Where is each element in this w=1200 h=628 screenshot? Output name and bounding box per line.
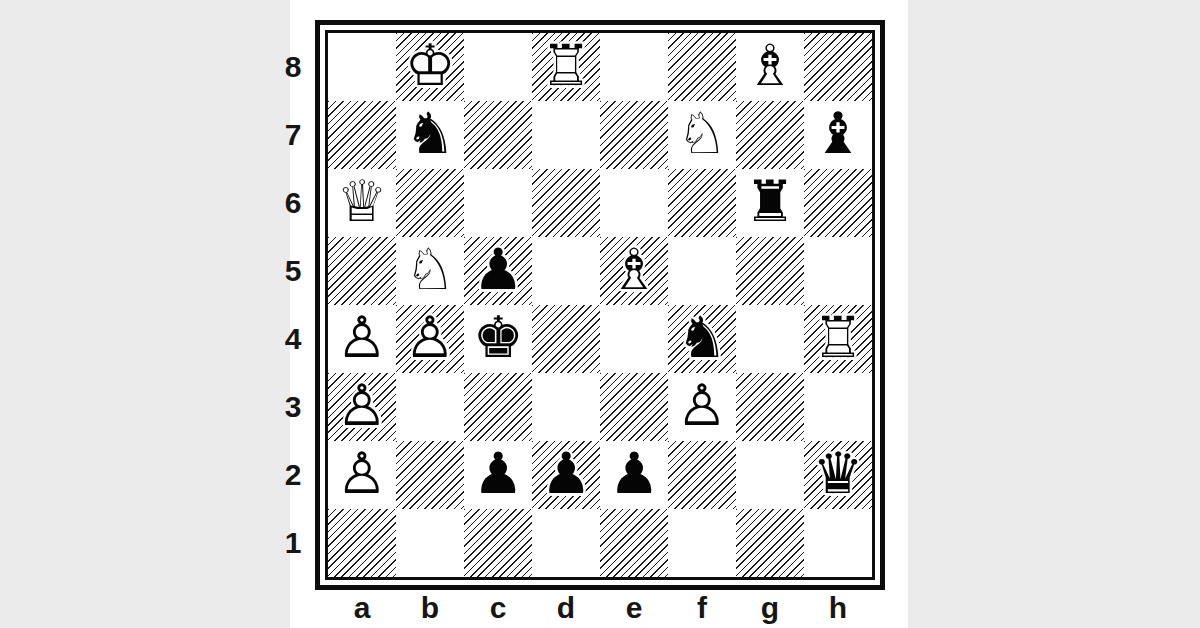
piece-fill: ♞ xyxy=(668,99,736,167)
piece-white-knight: ♘ xyxy=(668,99,736,167)
square-b6 xyxy=(396,169,464,237)
left-gutter xyxy=(0,0,290,628)
square-e1 xyxy=(600,509,668,577)
square-h5 xyxy=(804,237,872,305)
piece-black-pawn: ♟ xyxy=(464,439,532,507)
piece-fill: ♟ xyxy=(328,439,396,507)
piece-white-bishop: ♗ xyxy=(600,235,668,303)
square-c5: ♟♟ xyxy=(464,237,532,305)
piece-white-pawn: ♙ xyxy=(396,303,464,371)
piece-fill: ♞ xyxy=(396,99,464,167)
square-c2: ♟♟ xyxy=(464,441,532,509)
piece-fill: ♟ xyxy=(328,371,396,439)
square-h7: ♝♝ xyxy=(804,101,872,169)
square-a4: ♟♙ xyxy=(328,305,396,373)
square-d7 xyxy=(532,101,600,169)
square-e2: ♟♟ xyxy=(600,441,668,509)
square-b7: ♞♞ xyxy=(396,101,464,169)
square-e3 xyxy=(600,373,668,441)
square-g8: ♝♗ xyxy=(736,33,804,101)
square-g7 xyxy=(736,101,804,169)
square-b5: ♞♘ xyxy=(396,237,464,305)
square-b4: ♟♙ xyxy=(396,305,464,373)
square-f3: ♟♙ xyxy=(668,373,736,441)
square-d3 xyxy=(532,373,600,441)
square-c7 xyxy=(464,101,532,169)
piece-white-king: ♔ xyxy=(396,31,464,99)
piece-fill: ♝ xyxy=(804,99,872,167)
square-a8 xyxy=(328,33,396,101)
piece-fill: ♞ xyxy=(668,303,736,371)
piece-white-pawn: ♙ xyxy=(328,303,396,371)
square-b8: ♚♔ xyxy=(396,33,464,101)
square-e8 xyxy=(600,33,668,101)
piece-fill: ♜ xyxy=(804,303,872,371)
piece-fill: ♞ xyxy=(396,235,464,303)
piece-fill: ♚ xyxy=(464,303,532,371)
square-e5: ♝♗ xyxy=(600,237,668,305)
rank-label-6: 6 xyxy=(276,169,310,237)
square-d8: ♜♖ xyxy=(532,33,600,101)
file-label-e: e xyxy=(600,590,668,626)
square-a1 xyxy=(328,509,396,577)
file-label-g: g xyxy=(736,590,804,626)
file-labels: abcdefgh xyxy=(328,590,872,626)
board-border-inner: ♚♔♜♖♝♗♞♞♞♘♝♝♛♕♜♜♞♘♟♟♝♗♟♙♟♙♚♚♞♞♜♖♟♙♟♙♟♙♟♟… xyxy=(325,30,875,580)
piece-fill: ♟ xyxy=(668,371,736,439)
rank-label-4: 4 xyxy=(276,305,310,373)
piece-black-knight: ♞ xyxy=(668,303,736,371)
square-a2: ♟♙ xyxy=(328,441,396,509)
square-d6 xyxy=(532,169,600,237)
rank-label-1: 1 xyxy=(276,509,310,577)
square-c8 xyxy=(464,33,532,101)
square-d5 xyxy=(532,237,600,305)
rank-label-5: 5 xyxy=(276,237,310,305)
piece-fill: ♜ xyxy=(532,31,600,99)
piece-white-pawn: ♙ xyxy=(328,439,396,507)
square-f5 xyxy=(668,237,736,305)
square-g1 xyxy=(736,509,804,577)
square-a7 xyxy=(328,101,396,169)
file-label-f: f xyxy=(668,590,736,626)
piece-fill: ♟ xyxy=(464,235,532,303)
rank-label-3: 3 xyxy=(276,373,310,441)
square-d4 xyxy=(532,305,600,373)
piece-fill: ♟ xyxy=(328,303,396,371)
piece-fill: ♟ xyxy=(600,439,668,507)
square-c3 xyxy=(464,373,532,441)
square-e4 xyxy=(600,305,668,373)
square-e7 xyxy=(600,101,668,169)
square-h1 xyxy=(804,509,872,577)
piece-fill: ♚ xyxy=(396,31,464,99)
square-e6 xyxy=(600,169,668,237)
square-g5 xyxy=(736,237,804,305)
file-label-h: h xyxy=(804,590,872,626)
board-border-outer: ♚♔♜♖♝♗♞♞♞♘♝♝♛♕♜♜♞♘♟♟♝♗♟♙♟♙♚♚♞♞♜♖♟♙♟♙♟♙♟♟… xyxy=(315,20,885,590)
piece-black-rook: ♜ xyxy=(736,167,804,235)
piece-black-king: ♚ xyxy=(464,303,532,371)
piece-black-queen: ♛ xyxy=(804,439,872,507)
piece-white-queen: ♕ xyxy=(328,167,396,235)
rank-label-2: 2 xyxy=(276,441,310,509)
square-g6: ♜♜ xyxy=(736,169,804,237)
rank-labels: 87654321 xyxy=(276,33,310,577)
square-f4: ♞♞ xyxy=(668,305,736,373)
piece-black-pawn: ♟ xyxy=(600,439,668,507)
piece-fill: ♛ xyxy=(328,167,396,235)
square-g4 xyxy=(736,305,804,373)
piece-fill: ♜ xyxy=(736,167,804,235)
square-b3 xyxy=(396,373,464,441)
file-label-b: b xyxy=(396,590,464,626)
piece-black-pawn: ♟ xyxy=(464,235,532,303)
square-b2 xyxy=(396,441,464,509)
square-g3 xyxy=(736,373,804,441)
piece-fill: ♝ xyxy=(736,31,804,99)
piece-white-bishop: ♗ xyxy=(736,31,804,99)
piece-white-knight: ♘ xyxy=(396,235,464,303)
square-g2 xyxy=(736,441,804,509)
square-a3: ♟♙ xyxy=(328,373,396,441)
piece-black-bishop: ♝ xyxy=(804,99,872,167)
piece-fill: ♟ xyxy=(396,303,464,371)
file-label-a: a xyxy=(328,590,396,626)
piece-fill: ♟ xyxy=(532,439,600,507)
square-a6: ♛♕ xyxy=(328,169,396,237)
square-c4: ♚♚ xyxy=(464,305,532,373)
square-h2: ♛♛ xyxy=(804,441,872,509)
chess-board: ♚♔♜♖♝♗♞♞♞♘♝♝♛♕♜♜♞♘♟♟♝♗♟♙♟♙♚♚♞♞♜♖♟♙♟♙♟♙♟♟… xyxy=(328,33,872,577)
square-f2 xyxy=(668,441,736,509)
rank-label-7: 7 xyxy=(276,101,310,169)
piece-black-pawn: ♟ xyxy=(532,439,600,507)
piece-white-rook: ♖ xyxy=(804,303,872,371)
square-a5 xyxy=(328,237,396,305)
piece-white-rook: ♖ xyxy=(532,31,600,99)
piece-fill: ♟ xyxy=(464,439,532,507)
right-gutter xyxy=(908,0,1200,628)
piece-black-knight: ♞ xyxy=(396,99,464,167)
square-h8 xyxy=(804,33,872,101)
square-c6 xyxy=(464,169,532,237)
piece-fill: ♛ xyxy=(804,439,872,507)
square-d1 xyxy=(532,509,600,577)
chess-diagram-card: 87654321 ♚♔♜♖♝♗♞♞♞♘♝♝♛♕♜♜♞♘♟♟♝♗♟♙♟♙♚♚♞♞♜… xyxy=(0,0,1200,628)
square-f8 xyxy=(668,33,736,101)
piece-white-pawn: ♙ xyxy=(668,371,736,439)
file-label-d: d xyxy=(532,590,600,626)
square-h4: ♜♖ xyxy=(804,305,872,373)
square-d2: ♟♟ xyxy=(532,441,600,509)
square-f1 xyxy=(668,509,736,577)
square-b1 xyxy=(396,509,464,577)
piece-white-pawn: ♙ xyxy=(328,371,396,439)
square-f6 xyxy=(668,169,736,237)
square-h3 xyxy=(804,373,872,441)
file-label-c: c xyxy=(464,590,532,626)
piece-fill: ♝ xyxy=(600,235,668,303)
rank-label-8: 8 xyxy=(276,33,310,101)
square-c1 xyxy=(464,509,532,577)
square-h6 xyxy=(804,169,872,237)
square-f7: ♞♘ xyxy=(668,101,736,169)
